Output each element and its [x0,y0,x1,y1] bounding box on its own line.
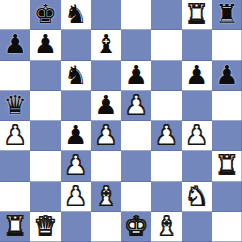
square-f7[interactable] [151,30,181,60]
black-pawn-piece[interactable]: ♟ [3,31,26,57]
square-h3[interactable]: ♜ [212,151,242,181]
square-h6[interactable]: ♟ [212,61,242,91]
white-rook-piece[interactable]: ♜ [185,1,208,27]
square-b6[interactable] [30,61,60,91]
white-queen-piece[interactable]: ♛ [34,213,57,239]
square-g5[interactable] [182,91,212,121]
square-g4[interactable]: ♟ [182,121,212,151]
square-h8[interactable]: ♜ [212,0,242,30]
white-pawn-piece[interactable]: ♟ [185,122,208,148]
chess-board: ♚♞♜♜♟♟♝♞♟♟♟♛♟♟♟♟♟♟♟♟♜♟♝♞♜♛♚♝ [0,0,242,242]
square-a8[interactable] [0,0,30,30]
square-b5[interactable] [30,91,60,121]
white-rook-piece[interactable]: ♜ [3,213,26,239]
square-d7[interactable]: ♝ [91,30,121,60]
square-e7[interactable] [121,30,151,60]
square-c3[interactable]: ♟ [61,151,91,181]
square-g7[interactable] [182,30,212,60]
square-f5[interactable] [151,91,181,121]
square-e8[interactable] [121,0,151,30]
white-bishop-piece[interactable]: ♝ [94,183,117,209]
black-pawn-piece[interactable]: ♟ [94,92,117,118]
white-knight-piece[interactable]: ♞ [185,183,208,209]
square-e4[interactable] [121,121,151,151]
white-pawn-piece[interactable]: ♟ [64,183,87,209]
square-b7[interactable]: ♟ [30,30,60,60]
white-rook-piece[interactable]: ♜ [215,152,238,178]
square-g3[interactable] [182,151,212,181]
square-f2[interactable] [151,182,181,212]
square-d6[interactable] [91,61,121,91]
white-bishop-piece[interactable]: ♝ [155,213,178,239]
square-b2[interactable] [30,182,60,212]
white-pawn-piece[interactable]: ♟ [124,92,147,118]
white-king-piece[interactable]: ♚ [124,213,147,239]
square-c1[interactable] [61,212,91,242]
square-d4[interactable]: ♟ [91,121,121,151]
square-e1[interactable]: ♚ [121,212,151,242]
square-h4[interactable] [212,121,242,151]
black-knight-piece[interactable]: ♞ [64,1,87,27]
square-f1[interactable]: ♝ [151,212,181,242]
square-f8[interactable] [151,0,181,30]
black-pawn-piece[interactable]: ♟ [64,122,87,148]
square-f4[interactable]: ♟ [151,121,181,151]
square-f6[interactable] [151,61,181,91]
square-a2[interactable] [0,182,30,212]
square-c6[interactable]: ♞ [61,61,91,91]
square-a7[interactable]: ♟ [0,30,30,60]
square-c2[interactable]: ♟ [61,182,91,212]
square-a1[interactable]: ♜ [0,212,30,242]
black-pawn-piece[interactable]: ♟ [34,31,57,57]
black-knight-piece[interactable]: ♞ [64,62,87,88]
square-e5[interactable]: ♟ [121,91,151,121]
black-king-piece[interactable]: ♚ [34,1,57,27]
square-d2[interactable]: ♝ [91,182,121,212]
white-pawn-piece[interactable]: ♟ [155,122,178,148]
black-queen-piece[interactable]: ♛ [3,92,26,118]
square-b3[interactable] [30,151,60,181]
square-b8[interactable]: ♚ [30,0,60,30]
square-e3[interactable] [121,151,151,181]
black-pawn-piece[interactable]: ♟ [185,62,208,88]
square-g6[interactable]: ♟ [182,61,212,91]
black-pawn-piece[interactable]: ♟ [215,62,238,88]
square-h1[interactable] [212,212,242,242]
square-h5[interactable] [212,91,242,121]
square-b1[interactable]: ♛ [30,212,60,242]
white-pawn-piece[interactable]: ♟ [94,122,117,148]
square-a5[interactable]: ♛ [0,91,30,121]
white-pawn-piece[interactable]: ♟ [3,122,26,148]
square-a4[interactable]: ♟ [0,121,30,151]
square-a3[interactable] [0,151,30,181]
square-c5[interactable] [61,91,91,121]
square-h2[interactable] [212,182,242,212]
square-c7[interactable] [61,30,91,60]
square-d5[interactable]: ♟ [91,91,121,121]
square-d1[interactable] [91,212,121,242]
square-g2[interactable]: ♞ [182,182,212,212]
square-d3[interactable] [91,151,121,181]
black-pawn-piece[interactable]: ♟ [124,62,147,88]
square-e2[interactable] [121,182,151,212]
square-g1[interactable] [182,212,212,242]
square-c8[interactable]: ♞ [61,0,91,30]
square-g8[interactable]: ♜ [182,0,212,30]
square-f3[interactable] [151,151,181,181]
square-b4[interactable] [30,121,60,151]
square-e6[interactable]: ♟ [121,61,151,91]
white-pawn-piece[interactable]: ♟ [64,152,87,178]
square-c4[interactable]: ♟ [61,121,91,151]
square-a6[interactable] [0,61,30,91]
square-h7[interactable] [212,30,242,60]
square-d8[interactable] [91,0,121,30]
black-rook-piece[interactable]: ♜ [215,1,238,27]
black-bishop-piece[interactable]: ♝ [94,31,117,57]
